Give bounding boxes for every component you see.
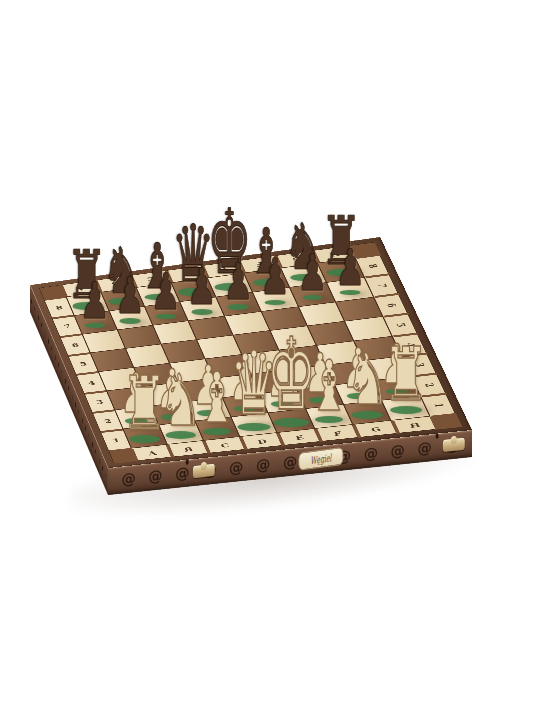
spiral-motif: @	[391, 441, 405, 463]
spiral-motif: @	[364, 444, 378, 466]
bishop-glyph: ♝	[197, 363, 237, 433]
pawn-glyph: ♟	[223, 257, 253, 307]
brass-clasp-left	[193, 464, 215, 478]
pawn-glyph: ♟	[297, 248, 327, 298]
rook-glyph: ♜	[122, 367, 168, 441]
spiral-motif: @	[229, 458, 243, 480]
spiral-motif: @	[148, 466, 162, 488]
spiral-motif: @	[175, 463, 189, 485]
pawn-glyph: ♟	[80, 276, 110, 326]
knight-glyph: ♞	[345, 345, 389, 416]
pawn-glyph: ♟	[187, 262, 217, 312]
spiral-motif: @	[256, 455, 270, 477]
pawn-glyph: ♟	[115, 271, 145, 321]
spiral-motif: @	[283, 452, 297, 474]
pawn-glyph: ♟	[335, 243, 365, 293]
pawn-glyph: ♟	[260, 253, 290, 303]
brand-label: Węgiel	[310, 452, 331, 466]
brass-clasp-right	[443, 438, 465, 452]
product-photo-stage: @@@@@@@@@@@@@ Węgiel 8877665544332211AAB…	[0, 0, 540, 720]
spiral-motif: @	[121, 469, 135, 491]
spiral-motif: @	[417, 438, 431, 460]
rook-glyph: ♜	[383, 338, 429, 412]
pawn-glyph: ♟	[151, 267, 181, 317]
